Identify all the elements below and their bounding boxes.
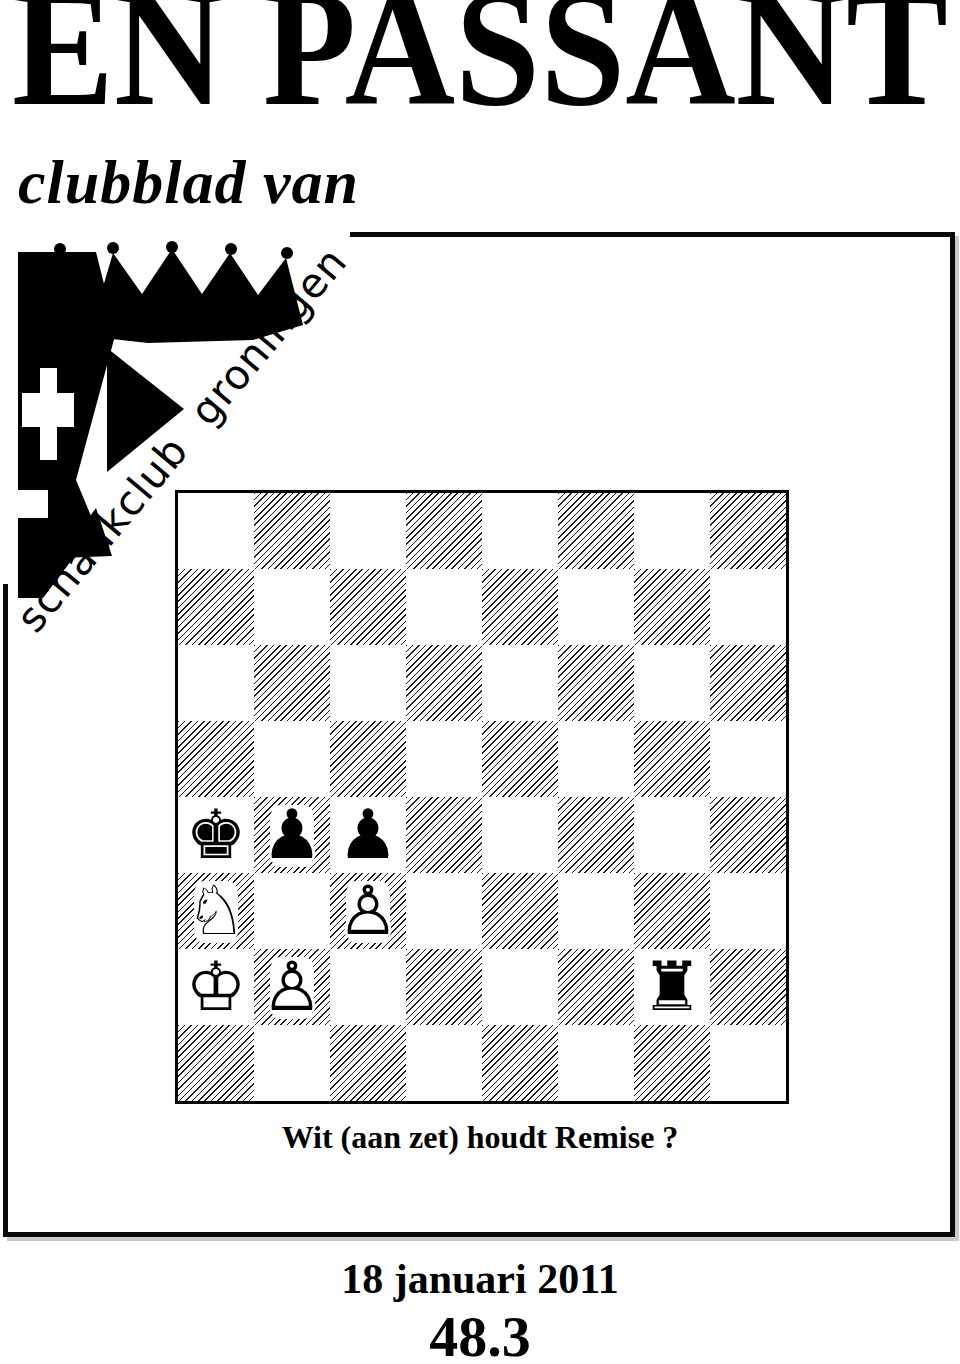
square-d6 xyxy=(406,645,482,721)
square-h7 xyxy=(710,569,786,645)
square-g8 xyxy=(634,493,710,569)
square-a5 xyxy=(178,721,254,797)
square-d8 xyxy=(406,493,482,569)
square-b8 xyxy=(254,493,330,569)
square-f4 xyxy=(558,797,634,873)
black-pawn-c4: ♟ xyxy=(338,797,399,873)
square-e6 xyxy=(482,645,558,721)
page-title: EN PASSANT xyxy=(0,0,960,130)
square-e4 xyxy=(482,797,558,873)
square-b5 xyxy=(254,721,330,797)
white-pawn-c3: ♙ xyxy=(338,873,399,949)
square-h6 xyxy=(710,645,786,721)
square-a8 xyxy=(178,493,254,569)
black-pawn-b4: ♟ xyxy=(262,797,323,873)
square-e5 xyxy=(482,721,558,797)
square-c7 xyxy=(330,569,406,645)
square-h4 xyxy=(710,797,786,873)
square-e2 xyxy=(482,949,558,1025)
square-b2: ♙ xyxy=(254,949,330,1025)
square-b4: ♟ xyxy=(254,797,330,873)
square-d3 xyxy=(406,873,482,949)
issue-date: 18 januari 2011 xyxy=(0,1258,960,1300)
magazine-title: EN PASSANT xyxy=(12,0,948,130)
square-f2 xyxy=(558,949,634,1025)
square-g3 xyxy=(634,873,710,949)
square-g1 xyxy=(634,1025,710,1101)
black-king-a4: ♚ xyxy=(186,797,247,873)
square-a4: ♚ xyxy=(178,797,254,873)
square-e3 xyxy=(482,873,558,949)
square-e1 xyxy=(482,1025,558,1101)
square-c8 xyxy=(330,493,406,569)
square-a7 xyxy=(178,569,254,645)
square-c3: ♙ xyxy=(330,873,406,949)
square-g4 xyxy=(634,797,710,873)
square-h2 xyxy=(710,949,786,1025)
square-b6 xyxy=(254,645,330,721)
square-a2: ♔ xyxy=(178,949,254,1025)
square-a3: ♘ xyxy=(178,873,254,949)
square-g7 xyxy=(634,569,710,645)
square-f5 xyxy=(558,721,634,797)
square-g2: ♜ xyxy=(634,949,710,1025)
square-h5 xyxy=(710,721,786,797)
square-b1 xyxy=(254,1025,330,1101)
square-c5 xyxy=(330,721,406,797)
square-c2 xyxy=(330,949,406,1025)
square-c4: ♟ xyxy=(330,797,406,873)
square-d4 xyxy=(406,797,482,873)
square-f6 xyxy=(558,645,634,721)
square-a6 xyxy=(178,645,254,721)
white-pawn-b2: ♙ xyxy=(262,949,323,1025)
square-d7 xyxy=(406,569,482,645)
square-f1 xyxy=(558,1025,634,1101)
square-g6 xyxy=(634,645,710,721)
white-knight-a3: ♘ xyxy=(186,873,247,949)
square-d2 xyxy=(406,949,482,1025)
square-c1 xyxy=(330,1025,406,1101)
chess-board: ♚♟♟♘♙♔♙♜ xyxy=(175,490,789,1104)
square-b7 xyxy=(254,569,330,645)
issue-number: 48.3 xyxy=(0,1308,960,1364)
square-e8 xyxy=(482,493,558,569)
square-h1 xyxy=(710,1025,786,1101)
square-f3 xyxy=(558,873,634,949)
black-rook-g2: ♜ xyxy=(642,949,703,1025)
subtitle: clubblad van xyxy=(18,148,359,216)
square-f7 xyxy=(558,569,634,645)
puzzle-caption: Wit (aan zet) houdt Remise ? xyxy=(0,1121,960,1153)
square-g5 xyxy=(634,721,710,797)
square-c6 xyxy=(330,645,406,721)
square-f8 xyxy=(558,493,634,569)
square-h3 xyxy=(710,873,786,949)
white-king-a2: ♔ xyxy=(186,949,247,1025)
square-h8 xyxy=(710,493,786,569)
square-d1 xyxy=(406,1025,482,1101)
square-d5 xyxy=(406,721,482,797)
square-a1 xyxy=(178,1025,254,1101)
square-e7 xyxy=(482,569,558,645)
square-b3 xyxy=(254,873,330,949)
